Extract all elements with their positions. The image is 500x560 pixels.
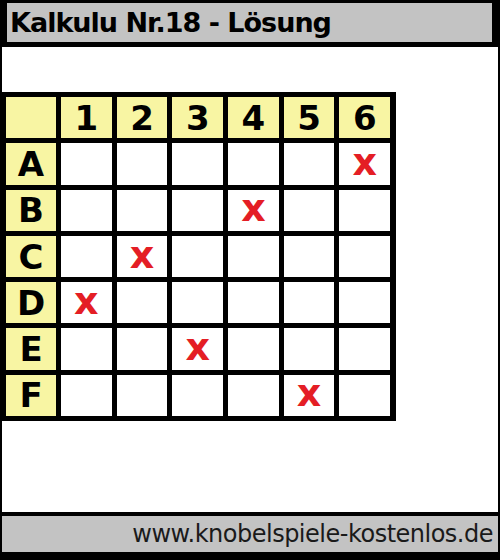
cell-F6 xyxy=(339,375,390,416)
x-mark: x xyxy=(297,374,322,412)
col-header-2: 2 xyxy=(117,97,168,138)
x-mark: x xyxy=(241,189,266,227)
cell-B6 xyxy=(339,190,390,231)
col-header-4: 4 xyxy=(228,97,279,138)
cell-B4: x xyxy=(228,190,279,231)
cell-F5: x xyxy=(284,375,335,416)
row-header-E: E xyxy=(6,328,56,369)
cell-E2 xyxy=(117,328,168,369)
website-url[interactable]: www.knobelspiele-kostenlos.de xyxy=(132,520,493,548)
col-header-1: 1 xyxy=(61,97,112,138)
cell-F2 xyxy=(117,375,168,416)
cell-B1 xyxy=(61,190,112,231)
row-header-D: D xyxy=(6,282,56,323)
cell-C3 xyxy=(172,236,223,277)
cell-A5 xyxy=(284,143,335,184)
cell-D6 xyxy=(339,282,390,323)
row-header-B: B xyxy=(6,190,56,231)
solution-grid: 123456AxBxCxDxExFx xyxy=(2,92,396,421)
x-mark: x xyxy=(185,328,210,366)
row-header-C: C xyxy=(6,236,56,277)
cell-D1: x xyxy=(61,282,112,323)
col-header-5: 5 xyxy=(284,97,335,138)
x-mark: x xyxy=(74,282,99,320)
cell-D3 xyxy=(172,282,223,323)
cell-E4 xyxy=(228,328,279,369)
col-header-3: 3 xyxy=(172,97,223,138)
cell-F4 xyxy=(228,375,279,416)
cell-D2 xyxy=(117,282,168,323)
cell-F1 xyxy=(61,375,112,416)
cell-E6 xyxy=(339,328,390,369)
cell-F3 xyxy=(172,375,223,416)
row-header-A: A xyxy=(6,143,56,184)
cell-B2 xyxy=(117,190,168,231)
page: Kalkulu Nr.18 - Lösung 123456AxBxCxDxExF… xyxy=(0,0,500,560)
x-mark: x xyxy=(353,143,378,181)
cell-B5 xyxy=(284,190,335,231)
cell-D5 xyxy=(284,282,335,323)
cell-C2: x xyxy=(117,236,168,277)
corner-cell xyxy=(6,97,56,138)
cell-B3 xyxy=(172,190,223,231)
cell-C1 xyxy=(61,236,112,277)
cell-C5 xyxy=(284,236,335,277)
cell-A2 xyxy=(117,143,168,184)
cell-A3 xyxy=(172,143,223,184)
row-header-F: F xyxy=(6,375,56,416)
cell-A4 xyxy=(228,143,279,184)
cell-A1 xyxy=(61,143,112,184)
footer-bar: www.knobelspiele-kostenlos.de xyxy=(2,512,498,560)
cell-D4 xyxy=(228,282,279,323)
cell-E3: x xyxy=(172,328,223,369)
x-mark: x xyxy=(130,236,155,274)
title-bar: Kalkulu Nr.18 - Lösung xyxy=(2,0,498,47)
cell-C4 xyxy=(228,236,279,277)
col-header-6: 6 xyxy=(339,97,390,138)
cell-E5 xyxy=(284,328,335,369)
page-title: Kalkulu Nr.18 - Lösung xyxy=(10,7,331,38)
cell-E1 xyxy=(61,328,112,369)
cell-A6: x xyxy=(339,143,390,184)
cell-C6 xyxy=(339,236,390,277)
